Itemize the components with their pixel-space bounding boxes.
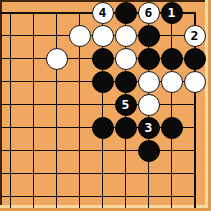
move-number-label: 1 bbox=[168, 6, 176, 19]
board-point[interactable] bbox=[183, 116, 206, 139]
board-point[interactable] bbox=[160, 116, 183, 139]
board-point[interactable] bbox=[160, 162, 183, 185]
black-stone[interactable] bbox=[92, 48, 114, 70]
black-stone[interactable] bbox=[115, 71, 137, 93]
board-point[interactable] bbox=[91, 185, 114, 208]
white-stone[interactable] bbox=[92, 25, 114, 47]
go-board: 461253 bbox=[0, 1, 206, 208]
board-point[interactable] bbox=[22, 24, 45, 47]
black-stone[interactable] bbox=[161, 117, 183, 139]
board-point[interactable] bbox=[22, 185, 45, 208]
board-point[interactable] bbox=[114, 116, 137, 139]
board-point[interactable] bbox=[160, 24, 183, 47]
board-point[interactable] bbox=[68, 24, 91, 47]
white-stone[interactable] bbox=[184, 71, 206, 93]
black-stone[interactable]: 1 bbox=[161, 2, 183, 24]
black-stone[interactable] bbox=[161, 48, 183, 70]
white-stone[interactable] bbox=[138, 71, 160, 93]
board-point[interactable] bbox=[183, 185, 206, 208]
board-point[interactable] bbox=[160, 70, 183, 93]
board-point[interactable] bbox=[114, 139, 137, 162]
move-number-label: 4 bbox=[99, 6, 107, 19]
board-point[interactable] bbox=[114, 162, 137, 185]
black-stone[interactable] bbox=[92, 117, 114, 139]
board-point[interactable] bbox=[137, 24, 160, 47]
board-point[interactable] bbox=[183, 47, 206, 70]
black-stone[interactable] bbox=[115, 2, 137, 24]
white-stone[interactable]: 2 bbox=[184, 25, 206, 47]
board-point[interactable] bbox=[45, 139, 68, 162]
board-point[interactable]: 4 bbox=[91, 1, 114, 24]
board-point[interactable] bbox=[0, 185, 22, 208]
board-point[interactable]: 3 bbox=[137, 116, 160, 139]
board-point[interactable] bbox=[68, 139, 91, 162]
board-point[interactable] bbox=[137, 47, 160, 70]
board-point[interactable] bbox=[91, 162, 114, 185]
board-point[interactable] bbox=[0, 116, 22, 139]
white-stone[interactable]: 4 bbox=[92, 2, 114, 24]
board-point[interactable] bbox=[91, 70, 114, 93]
white-stone[interactable]: 6 bbox=[138, 2, 160, 24]
white-stone[interactable] bbox=[115, 25, 137, 47]
board-point[interactable] bbox=[114, 185, 137, 208]
move-number-label: 2 bbox=[191, 29, 199, 42]
white-stone[interactable] bbox=[69, 25, 91, 47]
black-stone[interactable] bbox=[138, 140, 160, 162]
board-point[interactable] bbox=[0, 47, 22, 70]
board-point[interactable] bbox=[45, 116, 68, 139]
board-point[interactable]: 2 bbox=[183, 24, 206, 47]
white-stone[interactable] bbox=[161, 71, 183, 93]
board-point[interactable] bbox=[137, 139, 160, 162]
board-point[interactable] bbox=[22, 70, 45, 93]
board-point[interactable] bbox=[91, 139, 114, 162]
board-point[interactable] bbox=[91, 93, 114, 116]
board-point[interactable] bbox=[68, 162, 91, 185]
frame-right-shadow bbox=[208, 0, 211, 211]
move-number-label: 3 bbox=[145, 121, 153, 134]
board-point[interactable] bbox=[22, 47, 45, 70]
board-point[interactable] bbox=[0, 162, 22, 185]
black-stone[interactable] bbox=[92, 71, 114, 93]
board-point[interactable] bbox=[183, 139, 206, 162]
move-number-label: 6 bbox=[145, 6, 153, 19]
board-point[interactable] bbox=[22, 139, 45, 162]
board-point[interactable] bbox=[91, 47, 114, 70]
board-point[interactable]: 1 bbox=[160, 1, 183, 24]
board-point[interactable] bbox=[45, 47, 68, 70]
board-point[interactable] bbox=[160, 93, 183, 116]
black-stone[interactable]: 3 bbox=[138, 117, 160, 139]
board-point[interactable]: 5 bbox=[114, 93, 137, 116]
move-number-label: 5 bbox=[122, 98, 130, 111]
board-point[interactable] bbox=[183, 70, 206, 93]
board-point[interactable] bbox=[45, 1, 68, 24]
board-point[interactable] bbox=[183, 162, 206, 185]
board-point[interactable] bbox=[68, 93, 91, 116]
board-point[interactable] bbox=[0, 70, 22, 93]
board-point[interactable] bbox=[114, 1, 137, 24]
board-point[interactable] bbox=[45, 162, 68, 185]
board-point[interactable] bbox=[160, 185, 183, 208]
board-point[interactable] bbox=[68, 70, 91, 93]
board-point[interactable] bbox=[0, 139, 22, 162]
black-stone[interactable] bbox=[184, 48, 206, 70]
board-point[interactable] bbox=[137, 70, 160, 93]
board-point[interactable] bbox=[137, 93, 160, 116]
board-point[interactable] bbox=[137, 185, 160, 208]
board-point[interactable] bbox=[45, 93, 68, 116]
board-point[interactable] bbox=[183, 1, 206, 24]
board-point[interactable] bbox=[68, 47, 91, 70]
board-point[interactable] bbox=[22, 93, 45, 116]
board-point[interactable] bbox=[160, 47, 183, 70]
black-stone[interactable] bbox=[138, 25, 160, 47]
board-point[interactable] bbox=[22, 1, 45, 24]
board-point[interactable] bbox=[91, 116, 114, 139]
board-point[interactable] bbox=[91, 24, 114, 47]
board-point[interactable] bbox=[22, 162, 45, 185]
black-stone[interactable] bbox=[115, 117, 137, 139]
white-stone[interactable] bbox=[115, 48, 137, 70]
board-point[interactable] bbox=[68, 1, 91, 24]
board-point[interactable] bbox=[114, 70, 137, 93]
board-point[interactable] bbox=[114, 24, 137, 47]
board-point[interactable] bbox=[160, 139, 183, 162]
black-stone[interactable] bbox=[138, 48, 160, 70]
board-point[interactable] bbox=[68, 116, 91, 139]
black-stone[interactable]: 5 bbox=[115, 94, 137, 116]
board-point[interactable] bbox=[22, 116, 45, 139]
board-point[interactable] bbox=[45, 70, 68, 93]
board-point[interactable] bbox=[45, 185, 68, 208]
white-stone[interactable] bbox=[46, 48, 68, 70]
board-point[interactable] bbox=[114, 47, 137, 70]
go-board-diagram: 461253 bbox=[0, 0, 211, 211]
board-point[interactable] bbox=[0, 24, 22, 47]
board-point[interactable] bbox=[45, 24, 68, 47]
board-point[interactable] bbox=[0, 93, 22, 116]
board-point[interactable] bbox=[0, 1, 22, 24]
board-point[interactable] bbox=[137, 162, 160, 185]
board-point[interactable] bbox=[183, 93, 206, 116]
frame-bottom-shadow bbox=[0, 208, 211, 211]
board-point[interactable]: 6 bbox=[137, 1, 160, 24]
white-stone[interactable] bbox=[138, 94, 160, 116]
board-point[interactable] bbox=[68, 185, 91, 208]
